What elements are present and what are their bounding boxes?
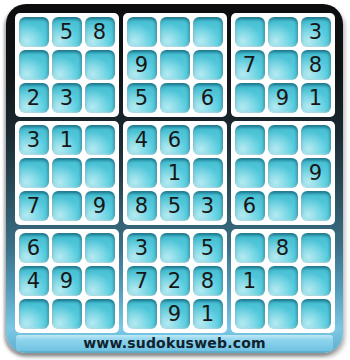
- cell-r4c5[interactable]: 6: [160, 125, 190, 155]
- cell-r3c9[interactable]: 1: [301, 83, 331, 113]
- cell-r4c3[interactable]: [85, 125, 115, 155]
- cell-r5c4[interactable]: [127, 158, 157, 188]
- cell-r3c7[interactable]: [235, 83, 265, 113]
- sudoku-box-1: 5823: [15, 13, 119, 117]
- cell-r5c2[interactable]: [52, 158, 82, 188]
- cell-r9c6[interactable]: 1: [193, 299, 223, 329]
- cell-r3c8[interactable]: 9: [268, 83, 298, 113]
- cell-r2c5[interactable]: [160, 50, 190, 80]
- cell-r5c8[interactable]: [268, 158, 298, 188]
- cell-r9c5[interactable]: 9: [160, 299, 190, 329]
- cell-r7c1[interactable]: 6: [19, 233, 49, 263]
- cell-r6c9[interactable]: [301, 191, 331, 221]
- cell-r6c3[interactable]: 9: [85, 191, 115, 221]
- cell-r6c1[interactable]: 7: [19, 191, 49, 221]
- cell-r8c7[interactable]: 1: [235, 266, 265, 296]
- cell-r7c2[interactable]: [52, 233, 82, 263]
- sudoku-box-4: 3179: [15, 121, 119, 225]
- cell-r3c6[interactable]: 6: [193, 83, 223, 113]
- cell-r5c1[interactable]: [19, 158, 49, 188]
- cell-r2c2[interactable]: [52, 50, 82, 80]
- sudoku-box-2: 956: [123, 13, 227, 117]
- cell-r3c5[interactable]: [160, 83, 190, 113]
- cell-r4c1[interactable]: 3: [19, 125, 49, 155]
- cell-r4c4[interactable]: 4: [127, 125, 157, 155]
- cell-r5c6[interactable]: [193, 158, 223, 188]
- cell-r2c4[interactable]: 9: [127, 50, 157, 80]
- sudoku-grid: 582395637891317946185396649357289181: [15, 13, 335, 333]
- cell-r6c2[interactable]: [52, 191, 82, 221]
- cell-r9c4[interactable]: [127, 299, 157, 329]
- cell-r2c9[interactable]: 8: [301, 50, 331, 80]
- sudoku-box-7: 649: [15, 229, 119, 333]
- cell-r1c3[interactable]: 8: [85, 17, 115, 47]
- cell-r9c9[interactable]: [301, 299, 331, 329]
- cell-r4c8[interactable]: [268, 125, 298, 155]
- cell-r6c4[interactable]: 8: [127, 191, 157, 221]
- sudoku-box-8: 3572891: [123, 229, 227, 333]
- cell-r4c2[interactable]: 1: [52, 125, 82, 155]
- cell-r1c5[interactable]: [160, 17, 190, 47]
- cell-r6c8[interactable]: [268, 191, 298, 221]
- cell-r7c7[interactable]: [235, 233, 265, 263]
- cell-r4c7[interactable]: [235, 125, 265, 155]
- cell-r1c6[interactable]: [193, 17, 223, 47]
- cell-r9c3[interactable]: [85, 299, 115, 329]
- cell-r5c7[interactable]: [235, 158, 265, 188]
- cell-r7c9[interactable]: [301, 233, 331, 263]
- cell-r9c2[interactable]: [52, 299, 82, 329]
- cell-r3c1[interactable]: 2: [19, 83, 49, 113]
- cell-r8c5[interactable]: 2: [160, 266, 190, 296]
- cell-r8c3[interactable]: [85, 266, 115, 296]
- cell-r7c3[interactable]: [85, 233, 115, 263]
- sudoku-box-3: 37891: [231, 13, 335, 117]
- cell-r8c9[interactable]: [301, 266, 331, 296]
- cell-r2c8[interactable]: [268, 50, 298, 80]
- footer-bar: www.sudokusweb.com: [16, 335, 333, 351]
- cell-r1c4[interactable]: [127, 17, 157, 47]
- cell-r8c8[interactable]: [268, 266, 298, 296]
- cell-r9c7[interactable]: [235, 299, 265, 329]
- page: 582395637891317946185396649357289181 www…: [0, 0, 350, 360]
- cell-r8c6[interactable]: 8: [193, 266, 223, 296]
- cell-r7c6[interactable]: 5: [193, 233, 223, 263]
- cell-r3c3[interactable]: [85, 83, 115, 113]
- cell-r4c6[interactable]: [193, 125, 223, 155]
- cell-r1c8[interactable]: [268, 17, 298, 47]
- cell-r1c9[interactable]: 3: [301, 17, 331, 47]
- cell-r2c7[interactable]: 7: [235, 50, 265, 80]
- cell-r3c2[interactable]: 3: [52, 83, 82, 113]
- cell-r6c6[interactable]: 3: [193, 191, 223, 221]
- cell-r2c3[interactable]: [85, 50, 115, 80]
- cell-r7c5[interactable]: [160, 233, 190, 263]
- cell-r1c7[interactable]: [235, 17, 265, 47]
- website-link[interactable]: www.sudokusweb.com: [83, 335, 266, 351]
- cell-r1c2[interactable]: 5: [52, 17, 82, 47]
- cell-r6c7[interactable]: 6: [235, 191, 265, 221]
- cell-r5c5[interactable]: 1: [160, 158, 190, 188]
- cell-r8c2[interactable]: 9: [52, 266, 82, 296]
- sudoku-widget: 582395637891317946185396649357289181 www…: [6, 4, 343, 353]
- cell-r5c9[interactable]: 9: [301, 158, 331, 188]
- cell-r8c4[interactable]: 7: [127, 266, 157, 296]
- cell-r4c9[interactable]: [301, 125, 331, 155]
- sudoku-box-5: 461853: [123, 121, 227, 225]
- cell-r5c3[interactable]: [85, 158, 115, 188]
- cell-r9c8[interactable]: [268, 299, 298, 329]
- cell-r2c1[interactable]: [19, 50, 49, 80]
- cell-r9c1[interactable]: [19, 299, 49, 329]
- cell-r7c4[interactable]: 3: [127, 233, 157, 263]
- cell-r7c8[interactable]: 8: [268, 233, 298, 263]
- cell-r2c6[interactable]: [193, 50, 223, 80]
- cell-r8c1[interactable]: 4: [19, 266, 49, 296]
- cell-r1c1[interactable]: [19, 17, 49, 47]
- sudoku-box-9: 81: [231, 229, 335, 333]
- cell-r3c4[interactable]: 5: [127, 83, 157, 113]
- cell-r6c5[interactable]: 5: [160, 191, 190, 221]
- sudoku-box-6: 96: [231, 121, 335, 225]
